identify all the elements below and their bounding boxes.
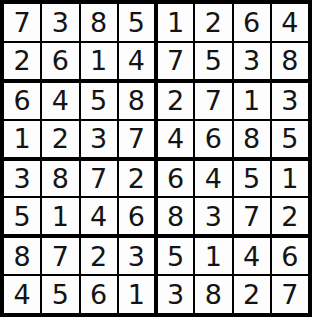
cell-r8c7: 2 xyxy=(233,275,271,314)
cell-r3c2: 4 xyxy=(41,81,79,120)
cell-r8c5: 3 xyxy=(156,275,194,314)
cell-r3c7: 1 xyxy=(233,81,271,120)
cell-r2c4: 4 xyxy=(118,42,156,81)
cell-r5c2: 8 xyxy=(41,159,79,198)
cell-r1c5: 1 xyxy=(156,3,194,42)
cell-r8c4: 1 xyxy=(118,275,156,314)
cell-r5c6: 4 xyxy=(194,159,232,198)
cell-r4c6: 6 xyxy=(194,120,232,159)
cell-r7c5: 5 xyxy=(156,236,194,275)
cell-r8c3: 6 xyxy=(80,275,118,314)
cell-r3c1: 6 xyxy=(3,81,41,120)
cell-r4c8: 5 xyxy=(271,120,309,159)
cell-r2c7: 3 xyxy=(233,42,271,81)
cell-r7c4: 3 xyxy=(118,236,156,275)
cell-r3c3: 5 xyxy=(80,81,118,120)
cell-r4c5: 4 xyxy=(156,120,194,159)
cell-r7c7: 4 xyxy=(233,236,271,275)
cell-r2c1: 2 xyxy=(3,42,41,81)
cell-r2c3: 1 xyxy=(80,42,118,81)
cell-r2c2: 6 xyxy=(41,42,79,81)
cell-r5c1: 3 xyxy=(3,159,41,198)
cell-r4c3: 3 xyxy=(80,120,118,159)
cell-r1c2: 3 xyxy=(41,3,79,42)
cell-r1c4: 5 xyxy=(118,3,156,42)
cell-r5c5: 6 xyxy=(156,159,194,198)
cell-r8c2: 5 xyxy=(41,275,79,314)
cell-r7c8: 6 xyxy=(271,236,309,275)
cell-r6c3: 4 xyxy=(80,197,118,236)
cell-r7c6: 1 xyxy=(194,236,232,275)
cell-r6c1: 5 xyxy=(3,197,41,236)
cell-r7c3: 2 xyxy=(80,236,118,275)
cell-r1c8: 4 xyxy=(271,3,309,42)
cell-r6c2: 1 xyxy=(41,197,79,236)
cell-r1c1: 7 xyxy=(3,3,41,42)
cell-r1c6: 2 xyxy=(194,3,232,42)
cell-r3c6: 7 xyxy=(194,81,232,120)
cell-r3c5: 2 xyxy=(156,81,194,120)
sudoku-board: 7385126426147538645827131237468538726451… xyxy=(0,0,312,317)
cell-r6c7: 7 xyxy=(233,197,271,236)
cell-r5c4: 2 xyxy=(118,159,156,198)
cell-r8c8: 7 xyxy=(271,275,309,314)
cell-r1c7: 6 xyxy=(233,3,271,42)
cell-r4c1: 1 xyxy=(3,120,41,159)
cell-r2c8: 8 xyxy=(271,42,309,81)
cell-r2c5: 7 xyxy=(156,42,194,81)
cell-r6c4: 6 xyxy=(118,197,156,236)
cell-r5c8: 1 xyxy=(271,159,309,198)
cell-r4c4: 7 xyxy=(118,120,156,159)
cell-r8c6: 8 xyxy=(194,275,232,314)
cell-r6c6: 3 xyxy=(194,197,232,236)
cell-r3c4: 8 xyxy=(118,81,156,120)
cell-r5c7: 5 xyxy=(233,159,271,198)
cell-r7c1: 8 xyxy=(3,236,41,275)
cell-r2c6: 5 xyxy=(194,42,232,81)
cell-r4c7: 8 xyxy=(233,120,271,159)
cell-r8c1: 4 xyxy=(3,275,41,314)
cell-r7c2: 7 xyxy=(41,236,79,275)
cell-r6c8: 2 xyxy=(271,197,309,236)
cell-r6c5: 8 xyxy=(156,197,194,236)
cell-r1c3: 8 xyxy=(80,3,118,42)
cell-r4c2: 2 xyxy=(41,120,79,159)
cell-r5c3: 7 xyxy=(80,159,118,198)
cell-r3c8: 3 xyxy=(271,81,309,120)
